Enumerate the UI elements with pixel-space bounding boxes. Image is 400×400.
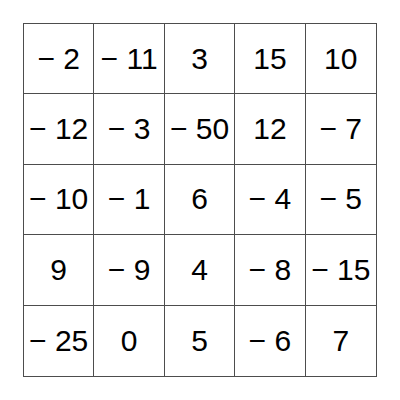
grid-cell-r3c5: − 5 [306,165,376,235]
grid-cell-r5c5: 7 [306,306,376,376]
grid-cell-r2c5: − 7 [306,94,376,164]
grid-cell-r3c3: 6 [165,165,235,235]
grid-cell-r2c3: − 50 [165,94,235,164]
grid-cell-r5c2: 0 [94,306,164,376]
grid-cell-r4c1: 9 [24,235,94,305]
number-grid: − 2− 1131510− 12− 3− 5012− 7− 10− 16− 4−… [23,23,377,377]
grid-cell-r5c4: − 6 [235,306,305,376]
grid-cell-r1c3: 3 [165,24,235,94]
board-wrap: − 2− 1131510− 12− 3− 5012− 7− 10− 16− 4−… [23,23,377,377]
grid-cell-r3c4: − 4 [235,165,305,235]
grid-cell-r2c4: 12 [235,94,305,164]
grid-cell-r5c3: 5 [165,306,235,376]
grid-cell-r4c4: − 8 [235,235,305,305]
grid-cell-r1c5: 10 [306,24,376,94]
grid-cell-r3c2: − 1 [94,165,164,235]
grid-cell-r4c5: − 15 [306,235,376,305]
grid-cell-r1c2: − 11 [94,24,164,94]
grid-cell-r2c1: − 12 [24,94,94,164]
grid-cell-r1c4: 15 [235,24,305,94]
grid-cell-r4c3: 4 [165,235,235,305]
grid-cell-r3c1: − 10 [24,165,94,235]
grid-cell-r2c2: − 3 [94,94,164,164]
grid-cell-r1c1: − 2 [24,24,94,94]
grid-cell-r5c1: − 25 [24,306,94,376]
grid-cell-r4c2: − 9 [94,235,164,305]
